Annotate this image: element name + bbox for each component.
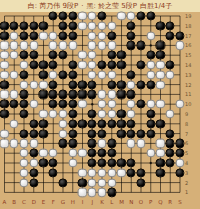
- board-cell-J19[interactable]: [87, 11, 97, 21]
- board-cell-E19[interactable]: [39, 11, 49, 21]
- board-cell-H3[interactable]: [68, 168, 78, 178]
- board-cell-S10[interactable]: [175, 99, 185, 109]
- board-cell-R16[interactable]: [165, 41, 175, 51]
- board-cell-P11[interactable]: [146, 89, 156, 99]
- board-cell-I2[interactable]: [78, 178, 88, 188]
- board-cell-B7[interactable]: [9, 129, 19, 139]
- board-cell-E18[interactable]: [39, 21, 49, 31]
- board-cell-N17[interactable]: [126, 31, 136, 41]
- board-cell-F13[interactable]: [48, 70, 58, 80]
- board-cell-M5[interactable]: [117, 148, 127, 158]
- board-cell-B9[interactable]: [9, 109, 19, 119]
- board-cell-H11[interactable]: [68, 89, 78, 99]
- board-cell-F12[interactable]: [48, 80, 58, 90]
- board-cell-M6[interactable]: [117, 138, 127, 148]
- board-cell-J1[interactable]: [87, 187, 97, 197]
- board-cell-D12[interactable]: [29, 80, 39, 90]
- board-cell-F6[interactable]: [48, 138, 58, 148]
- board-cell-A1[interactable]: [0, 187, 9, 197]
- board-cell-H18[interactable]: [68, 21, 78, 31]
- board-cell-M15[interactable]: [117, 50, 127, 60]
- board-cell-B15[interactable]: [9, 50, 19, 60]
- board-cell-A13[interactable]: [0, 70, 9, 80]
- board-cell-I1[interactable]: [78, 187, 88, 197]
- board-cell-B8[interactable]: [9, 119, 19, 129]
- board-cell-M18[interactable]: [117, 21, 127, 31]
- board-cell-Q10[interactable]: [156, 99, 166, 109]
- board-cell-P15[interactable]: [146, 50, 156, 60]
- board-cell-G12[interactable]: [58, 80, 68, 90]
- board-cell-R17[interactable]: [165, 31, 175, 41]
- board-cell-G10[interactable]: [58, 99, 68, 109]
- board-cell-R7[interactable]: [165, 129, 175, 139]
- board-cell-C14[interactable]: [19, 60, 29, 70]
- board-cell-D18[interactable]: [29, 21, 39, 31]
- board-cell-M8[interactable]: [117, 119, 127, 129]
- board-cell-K10[interactable]: [97, 99, 107, 109]
- board-cell-G17[interactable]: [58, 31, 68, 41]
- board-cell-M11[interactable]: [117, 89, 127, 99]
- board-cell-R3[interactable]: [165, 168, 175, 178]
- board-cell-D9[interactable]: [29, 109, 39, 119]
- board-cell-P19[interactable]: [146, 11, 156, 21]
- board-cell-A2[interactable]: [0, 178, 9, 188]
- board-cell-H6[interactable]: [68, 138, 78, 148]
- board-cell-F3[interactable]: [48, 168, 58, 178]
- board-cell-J3[interactable]: [87, 168, 97, 178]
- board-cell-I9[interactable]: [78, 109, 88, 119]
- board-cell-I16[interactable]: [78, 41, 88, 51]
- board-cell-R15[interactable]: [165, 50, 175, 60]
- board-cell-J5[interactable]: [87, 148, 97, 158]
- board-cell-O3[interactable]: [136, 168, 146, 178]
- board-cell-B1[interactable]: [9, 187, 19, 197]
- board-cell-J17[interactable]: [87, 31, 97, 41]
- board-cell-P18[interactable]: [146, 21, 156, 31]
- board-cell-F14[interactable]: [48, 60, 58, 70]
- board-cell-I17[interactable]: [78, 31, 88, 41]
- board-cell-O15[interactable]: [136, 50, 146, 60]
- board-cell-K2[interactable]: [97, 178, 107, 188]
- board-cell-G13[interactable]: [58, 70, 68, 80]
- board-cell-R8[interactable]: [165, 119, 175, 129]
- board-cell-L14[interactable]: [107, 60, 117, 70]
- board-cell-P13[interactable]: [146, 70, 156, 80]
- board-cell-B3[interactable]: [9, 168, 19, 178]
- board-cell-I14[interactable]: [78, 60, 88, 70]
- board-cell-R14[interactable]: [165, 60, 175, 70]
- board-cell-B17[interactable]: [9, 31, 19, 41]
- board-cell-P12[interactable]: [146, 80, 156, 90]
- board-cell-K14[interactable]: [97, 60, 107, 70]
- board-cell-O7[interactable]: [136, 129, 146, 139]
- board-cell-K8[interactable]: [97, 119, 107, 129]
- board-cell-J8[interactable]: [87, 119, 97, 129]
- board-cell-A6[interactable]: [0, 138, 9, 148]
- board-cell-O8[interactable]: [136, 119, 146, 129]
- board-cell-B6[interactable]: [9, 138, 19, 148]
- board-cell-L1[interactable]: [107, 187, 117, 197]
- board-cell-N2[interactable]: [126, 178, 136, 188]
- board-cell-I12[interactable]: [78, 80, 88, 90]
- board-cell-H10[interactable]: [68, 99, 78, 109]
- board-cell-C13[interactable]: [19, 70, 29, 80]
- board-cell-C19[interactable]: [19, 11, 29, 21]
- board-cell-K11[interactable]: [97, 89, 107, 99]
- board-cell-S3[interactable]: [175, 168, 185, 178]
- board-cell-C1[interactable]: [19, 187, 29, 197]
- board-cell-C4[interactable]: [19, 158, 29, 168]
- board-cell-M3[interactable]: [117, 168, 127, 178]
- board-cell-D1[interactable]: [29, 187, 39, 197]
- board-cell-O11[interactable]: [136, 89, 146, 99]
- board-cell-L18[interactable]: [107, 21, 117, 31]
- board-cell-D16[interactable]: [29, 41, 39, 51]
- board-cell-N19[interactable]: [126, 11, 136, 21]
- board-cell-N18[interactable]: [126, 21, 136, 31]
- board-cell-L5[interactable]: [107, 148, 117, 158]
- board-cell-D13[interactable]: [29, 70, 39, 80]
- board-cell-K13[interactable]: [97, 70, 107, 80]
- board-cell-A3[interactable]: [0, 168, 9, 178]
- board-cell-K15[interactable]: [97, 50, 107, 60]
- board-cell-F5[interactable]: [48, 148, 58, 158]
- board-cell-O10[interactable]: [136, 99, 146, 109]
- board-cell-S7[interactable]: [175, 129, 185, 139]
- board-cell-E4[interactable]: [39, 158, 49, 168]
- board-cell-E1[interactable]: [39, 187, 49, 197]
- board-cell-S4[interactable]: [175, 158, 185, 168]
- board-cell-L4[interactable]: [107, 158, 117, 168]
- board-cell-A10[interactable]: [0, 99, 9, 109]
- board-cell-I5[interactable]: [78, 148, 88, 158]
- board-cell-H14[interactable]: [68, 60, 78, 70]
- board-cell-A19[interactable]: [0, 11, 9, 21]
- board-cell-P2[interactable]: [146, 178, 156, 188]
- board-cell-E11[interactable]: [39, 89, 49, 99]
- board-cell-D5[interactable]: [29, 148, 39, 158]
- board-cell-M1[interactable]: [117, 187, 127, 197]
- board-cell-R2[interactable]: [165, 178, 175, 188]
- board-cell-P4[interactable]: [146, 158, 156, 168]
- board-cell-P6[interactable]: [146, 138, 156, 148]
- board-cell-N9[interactable]: [126, 109, 136, 119]
- board-cell-F1[interactable]: [48, 187, 58, 197]
- board-cell-J16[interactable]: [87, 41, 97, 51]
- board-cell-B2[interactable]: [9, 178, 19, 188]
- board-cell-O2[interactable]: [136, 178, 146, 188]
- board-cell-P3[interactable]: [146, 168, 156, 178]
- board-cell-J6[interactable]: [87, 138, 97, 148]
- board-cell-Q7[interactable]: [156, 129, 166, 139]
- board-cell-A9[interactable]: [0, 109, 9, 119]
- board-cell-D7[interactable]: [29, 129, 39, 139]
- board-cell-N5[interactable]: [126, 148, 136, 158]
- board-cell-M14[interactable]: [117, 60, 127, 70]
- board-cell-B14[interactable]: [9, 60, 19, 70]
- board-cell-D17[interactable]: [29, 31, 39, 41]
- board-cell-B16[interactable]: [9, 41, 19, 51]
- board-cell-A17[interactable]: [0, 31, 9, 41]
- board-cell-B11[interactable]: [9, 89, 19, 99]
- board-cell-F10[interactable]: [48, 99, 58, 109]
- board-cell-S19[interactable]: [175, 11, 185, 21]
- board-cell-P8[interactable]: [146, 119, 156, 129]
- board-cell-N14[interactable]: [126, 60, 136, 70]
- board-cell-Q5[interactable]: [156, 148, 166, 158]
- board-cell-A18[interactable]: [0, 21, 9, 31]
- board-cell-A11[interactable]: [0, 89, 9, 99]
- board-cell-F16[interactable]: [48, 41, 58, 51]
- board-cell-L11[interactable]: [107, 89, 117, 99]
- board-cell-G4[interactable]: [58, 158, 68, 168]
- board-cell-M2[interactable]: [117, 178, 127, 188]
- board-cell-O5[interactable]: [136, 148, 146, 158]
- board-cell-Q2[interactable]: [156, 178, 166, 188]
- board-cell-C12[interactable]: [19, 80, 29, 90]
- board-cell-S15[interactable]: [175, 50, 185, 60]
- board-cell-O14[interactable]: [136, 60, 146, 70]
- board-cell-B13[interactable]: [9, 70, 19, 80]
- board-cell-H7[interactable]: [68, 129, 78, 139]
- board-cell-Q18[interactable]: [156, 21, 166, 31]
- board-cell-M7[interactable]: [117, 129, 127, 139]
- board-cell-P9[interactable]: [146, 109, 156, 119]
- board-cell-A16[interactable]: [0, 41, 9, 51]
- board-cell-L19[interactable]: [107, 11, 117, 21]
- board-cell-C3[interactable]: [19, 168, 29, 178]
- board-cell-G3[interactable]: [58, 168, 68, 178]
- board-cell-S13[interactable]: [175, 70, 185, 80]
- board-cell-Q4[interactable]: [156, 158, 166, 168]
- board-cell-G14[interactable]: [58, 60, 68, 70]
- board-cell-P16[interactable]: [146, 41, 156, 51]
- board-cell-N6[interactable]: [126, 138, 136, 148]
- go-board[interactable]: ABCDEFGHIJKLMNOPQRS 19181716151413121110…: [0, 12, 200, 209]
- board-cell-P10[interactable]: [146, 99, 156, 109]
- board-cell-G16[interactable]: [58, 41, 68, 51]
- board-cell-M9[interactable]: [117, 109, 127, 119]
- board-cell-F19[interactable]: [48, 11, 58, 21]
- board-cell-I19[interactable]: [78, 11, 88, 21]
- board-cell-K1[interactable]: [97, 187, 107, 197]
- board-cell-D11[interactable]: [29, 89, 39, 99]
- board-cell-Q6[interactable]: [156, 138, 166, 148]
- board-cell-G2[interactable]: [58, 178, 68, 188]
- board-cell-J11[interactable]: [87, 89, 97, 99]
- board-cell-I8[interactable]: [78, 119, 88, 129]
- board-cell-N4[interactable]: [126, 158, 136, 168]
- board-cell-S2[interactable]: [175, 178, 185, 188]
- board-cell-D3[interactable]: [29, 168, 39, 178]
- board-cell-N11[interactable]: [126, 89, 136, 99]
- board-cell-R12[interactable]: [165, 80, 175, 90]
- board-cell-M12[interactable]: [117, 80, 127, 90]
- board-cell-K12[interactable]: [97, 80, 107, 90]
- board-cell-D2[interactable]: [29, 178, 39, 188]
- board-cell-S5[interactable]: [175, 148, 185, 158]
- board-cell-G8[interactable]: [58, 119, 68, 129]
- board-cell-F18[interactable]: [48, 21, 58, 31]
- board-cell-E16[interactable]: [39, 41, 49, 51]
- board-cell-G9[interactable]: [58, 109, 68, 119]
- board-cell-P5[interactable]: [146, 148, 156, 158]
- board-cell-H17[interactable]: [68, 31, 78, 41]
- board-cell-E15[interactable]: [39, 50, 49, 60]
- board-cell-L9[interactable]: [107, 109, 117, 119]
- board-cell-K5[interactable]: [97, 148, 107, 158]
- board-cell-Q12[interactable]: [156, 80, 166, 90]
- board-cell-I10[interactable]: [78, 99, 88, 109]
- board-cell-O9[interactable]: [136, 109, 146, 119]
- board-cell-G15[interactable]: [58, 50, 68, 60]
- board-cell-S11[interactable]: [175, 89, 185, 99]
- board-cell-K17[interactable]: [97, 31, 107, 41]
- board-cell-F2[interactable]: [48, 178, 58, 188]
- board-cell-L7[interactable]: [107, 129, 117, 139]
- board-cell-N8[interactable]: [126, 119, 136, 129]
- board-cell-C18[interactable]: [19, 21, 29, 31]
- board-cell-M10[interactable]: [117, 99, 127, 109]
- board-cell-A5[interactable]: [0, 148, 9, 158]
- board-cell-S16[interactable]: [175, 41, 185, 51]
- board-cell-C9[interactable]: [19, 109, 29, 119]
- board-cell-D4[interactable]: [29, 158, 39, 168]
- board-cell-R5[interactable]: [165, 148, 175, 158]
- board-cell-N16[interactable]: [126, 41, 136, 51]
- board-cell-R4[interactable]: [165, 158, 175, 168]
- board-cell-I4[interactable]: [78, 158, 88, 168]
- board-cell-L13[interactable]: [107, 70, 117, 80]
- board-cell-O19[interactable]: [136, 11, 146, 21]
- board-cell-S14[interactable]: [175, 60, 185, 70]
- board-cell-E9[interactable]: [39, 109, 49, 119]
- board-cell-D10[interactable]: [29, 99, 39, 109]
- board-cell-R10[interactable]: [165, 99, 175, 109]
- board-cell-F11[interactable]: [48, 89, 58, 99]
- board-cell-E14[interactable]: [39, 60, 49, 70]
- board-cell-L6[interactable]: [107, 138, 117, 148]
- board-cell-I11[interactable]: [78, 89, 88, 99]
- board-cell-O4[interactable]: [136, 158, 146, 168]
- board-cell-R19[interactable]: [165, 11, 175, 21]
- board-cell-C17[interactable]: [19, 31, 29, 41]
- board-cell-E2[interactable]: [39, 178, 49, 188]
- board-cell-J10[interactable]: [87, 99, 97, 109]
- board-cell-K6[interactable]: [97, 138, 107, 148]
- board-cell-D8[interactable]: [29, 119, 39, 129]
- board-cell-C16[interactable]: [19, 41, 29, 51]
- board-cell-C5[interactable]: [19, 148, 29, 158]
- board-cell-S1[interactable]: [175, 187, 185, 197]
- board-cell-J4[interactable]: [87, 158, 97, 168]
- board-cell-J15[interactable]: [87, 50, 97, 60]
- board-cell-B5[interactable]: [9, 148, 19, 158]
- board-cell-L12[interactable]: [107, 80, 117, 90]
- board-cell-B4[interactable]: [9, 158, 19, 168]
- board-cell-H1[interactable]: [68, 187, 78, 197]
- board-cell-L10[interactable]: [107, 99, 117, 109]
- board-cell-H16[interactable]: [68, 41, 78, 51]
- board-cell-E12[interactable]: [39, 80, 49, 90]
- board-cell-S18[interactable]: [175, 21, 185, 31]
- board-cell-F4[interactable]: [48, 158, 58, 168]
- board-cell-F15[interactable]: [48, 50, 58, 60]
- board-cell-O13[interactable]: [136, 70, 146, 80]
- board-cell-B10[interactable]: [9, 99, 19, 109]
- board-cell-G1[interactable]: [58, 187, 68, 197]
- board-cell-R13[interactable]: [165, 70, 175, 80]
- board-cell-Q16[interactable]: [156, 41, 166, 51]
- board-cell-K9[interactable]: [97, 109, 107, 119]
- board-cell-N7[interactable]: [126, 129, 136, 139]
- board-cell-M13[interactable]: [117, 70, 127, 80]
- board-cell-P7[interactable]: [146, 129, 156, 139]
- board-cell-Q3[interactable]: [156, 168, 166, 178]
- board-cell-K7[interactable]: [97, 129, 107, 139]
- board-cell-E3[interactable]: [39, 168, 49, 178]
- board-cell-H4[interactable]: [68, 158, 78, 168]
- board-cell-N3[interactable]: [126, 168, 136, 178]
- board-cell-O1[interactable]: [136, 187, 146, 197]
- board-cell-I3[interactable]: [78, 168, 88, 178]
- board-cell-G7[interactable]: [58, 129, 68, 139]
- board-cell-M17[interactable]: [117, 31, 127, 41]
- board-cell-L17[interactable]: [107, 31, 117, 41]
- board-cell-J18[interactable]: [87, 21, 97, 31]
- board-cell-E13[interactable]: [39, 70, 49, 80]
- board-cell-Q19[interactable]: [156, 11, 166, 21]
- board-cell-C15[interactable]: [19, 50, 29, 60]
- board-cell-D6[interactable]: [29, 138, 39, 148]
- board-cell-O6[interactable]: [136, 138, 146, 148]
- board-cell-R6[interactable]: [165, 138, 175, 148]
- board-cell-Q11[interactable]: [156, 89, 166, 99]
- board-cell-A8[interactable]: [0, 119, 9, 129]
- board-cell-O17[interactable]: [136, 31, 146, 41]
- board-cell-E5[interactable]: [39, 148, 49, 158]
- board-cell-K4[interactable]: [97, 158, 107, 168]
- board-cell-G5[interactable]: [58, 148, 68, 158]
- board-cell-J7[interactable]: [87, 129, 97, 139]
- board-cell-I7[interactable]: [78, 129, 88, 139]
- board-cell-I18[interactable]: [78, 21, 88, 31]
- board-cell-O16[interactable]: [136, 41, 146, 51]
- board-cell-N12[interactable]: [126, 80, 136, 90]
- board-cell-K19[interactable]: [97, 11, 107, 21]
- board-cell-Q8[interactable]: [156, 119, 166, 129]
- board-cell-A12[interactable]: [0, 80, 9, 90]
- board-cell-K16[interactable]: [97, 41, 107, 51]
- board-cell-Q15[interactable]: [156, 50, 166, 60]
- board-cell-M4[interactable]: [117, 158, 127, 168]
- board-cell-H13[interactable]: [68, 70, 78, 80]
- board-cell-F9[interactable]: [48, 109, 58, 119]
- board-cell-G19[interactable]: [58, 11, 68, 21]
- board-cell-B12[interactable]: [9, 80, 19, 90]
- board-cell-C6[interactable]: [19, 138, 29, 148]
- board-cell-E17[interactable]: [39, 31, 49, 41]
- board-cell-E8[interactable]: [39, 119, 49, 129]
- board-cell-J2[interactable]: [87, 178, 97, 188]
- board-cell-L16[interactable]: [107, 41, 117, 51]
- board-cell-L3[interactable]: [107, 168, 117, 178]
- board-cell-R18[interactable]: [165, 21, 175, 31]
- board-cell-C11[interactable]: [19, 89, 29, 99]
- board-cell-H9[interactable]: [68, 109, 78, 119]
- board-cell-J9[interactable]: [87, 109, 97, 119]
- board-cell-J12[interactable]: [87, 80, 97, 90]
